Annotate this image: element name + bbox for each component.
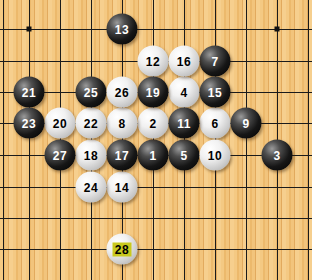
stone-2[interactable]: 2 [138, 108, 169, 139]
stone-28[interactable]: 28 [107, 234, 138, 265]
stone-number: 17 [115, 149, 129, 161]
star-point [27, 27, 32, 32]
stone-9[interactable]: 9 [231, 108, 262, 139]
stone-number: 4 [180, 86, 187, 98]
stone-number: 14 [115, 181, 129, 193]
stone-21[interactable]: 21 [14, 77, 45, 108]
stone-number: 5 [180, 149, 187, 161]
stone-number: 1 [149, 149, 156, 161]
stone-20[interactable]: 20 [45, 108, 76, 139]
stone-23[interactable]: 23 [14, 108, 45, 139]
stone-number: 16 [177, 55, 191, 67]
stone-4[interactable]: 4 [169, 77, 200, 108]
stone-13[interactable]: 13 [107, 14, 138, 45]
stone-number: 25 [84, 86, 98, 98]
stone-17[interactable]: 17 [107, 140, 138, 171]
stone-1[interactable]: 1 [138, 140, 169, 171]
stone-10[interactable]: 10 [200, 140, 231, 171]
grid-vline [3, 0, 4, 280]
stone-number: 15 [208, 86, 222, 98]
stone-number: 18 [84, 149, 98, 161]
stone-11[interactable]: 11 [169, 108, 200, 139]
stone-27[interactable]: 27 [45, 140, 76, 171]
grid-vline [246, 0, 247, 280]
grid-vline [29, 0, 30, 280]
stone-18[interactable]: 18 [76, 140, 107, 171]
stone-number: 11 [177, 117, 191, 129]
stone-number: 24 [84, 181, 98, 193]
stone-number: 7 [211, 55, 218, 67]
go-board[interactable]: 1234567891011121314151617181920212223242… [0, 0, 312, 280]
stone-14[interactable]: 14 [107, 172, 138, 203]
stone-number: 22 [84, 117, 98, 129]
stone-5[interactable]: 5 [169, 140, 200, 171]
stone-16[interactable]: 16 [169, 46, 200, 77]
stone-number: 13 [115, 23, 129, 35]
stone-number: 27 [53, 149, 67, 161]
stone-number: 12 [146, 55, 160, 67]
stone-3[interactable]: 3 [262, 140, 293, 171]
stone-number: 23 [22, 117, 36, 129]
stone-number: 6 [211, 117, 218, 129]
stone-12[interactable]: 12 [138, 46, 169, 77]
stone-26[interactable]: 26 [107, 77, 138, 108]
stone-number: 8 [118, 117, 125, 129]
stone-number: 20 [53, 117, 67, 129]
stone-24[interactable]: 24 [76, 172, 107, 203]
grid-hline [0, 249, 312, 250]
grid-hline [0, 218, 312, 219]
stone-15[interactable]: 15 [200, 77, 231, 108]
stone-number: 21 [22, 86, 36, 98]
stone-number: 28 [113, 242, 131, 256]
stone-8[interactable]: 8 [107, 108, 138, 139]
stone-number: 9 [242, 117, 249, 129]
grid-vline [308, 0, 309, 280]
grid-hline [0, 29, 312, 30]
stone-19[interactable]: 19 [138, 77, 169, 108]
star-point [275, 27, 280, 32]
stone-6[interactable]: 6 [200, 108, 231, 139]
stone-number: 2 [149, 117, 156, 129]
grid-hline [0, 187, 312, 188]
stone-7[interactable]: 7 [200, 46, 231, 77]
stone-number: 10 [208, 149, 222, 161]
stone-number: 19 [146, 86, 160, 98]
stone-22[interactable]: 22 [76, 108, 107, 139]
stone-number: 3 [273, 149, 280, 161]
stone-25[interactable]: 25 [76, 77, 107, 108]
stone-number: 26 [115, 86, 129, 98]
